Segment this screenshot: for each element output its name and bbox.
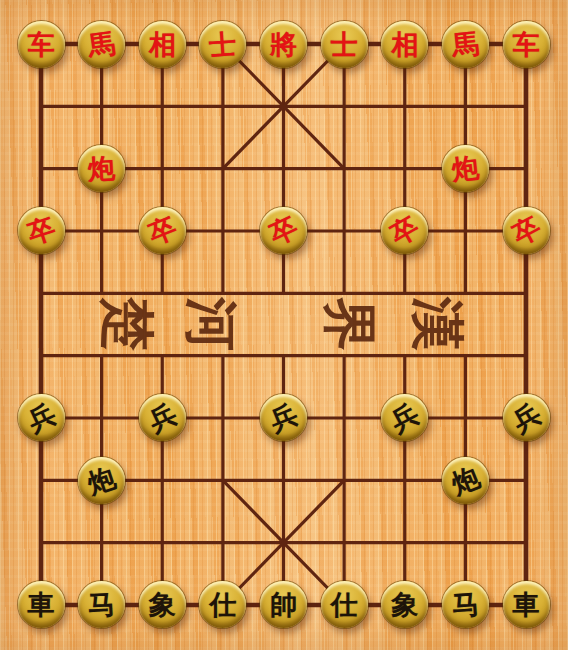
piece-red-chariot[interactable]: 车 (18, 21, 65, 68)
river-label: 界 (323, 297, 377, 351)
piece-character: 兵 (386, 400, 423, 437)
piece-character: 象 (149, 591, 176, 618)
piece-character: 士 (331, 31, 358, 58)
river-label: 河 (185, 297, 239, 351)
piece-character: 馬 (86, 29, 116, 59)
piece-red-soldier[interactable]: 卒 (18, 207, 65, 254)
piece-character: 车 (28, 31, 55, 58)
piece-red-elephant[interactable]: 相 (139, 21, 186, 68)
piece-red-elephant[interactable]: 相 (381, 21, 428, 68)
piece-character: 車 (28, 591, 55, 618)
piece-character: 马 (87, 591, 115, 619)
piece-black-soldier[interactable]: 兵 (139, 394, 186, 441)
piece-character: 马 (451, 591, 480, 620)
piece-black-soldier[interactable]: 兵 (18, 394, 65, 441)
piece-black-elephant[interactable]: 象 (139, 581, 186, 628)
piece-black-advisor[interactable]: 仕 (321, 581, 368, 628)
piece-red-cannon[interactable]: 炮 (442, 145, 489, 192)
piece-red-soldier[interactable]: 卒 (139, 207, 186, 254)
piece-character: 卒 (508, 213, 545, 250)
piece-red-advisor[interactable]: 士 (321, 21, 368, 68)
piece-red-horse[interactable]: 馬 (78, 21, 125, 68)
piece-character: 炮 (448, 463, 483, 498)
piece-character: 仕 (209, 591, 236, 618)
piece-character: 兵 (144, 400, 180, 436)
piece-black-chariot[interactable]: 車 (18, 581, 65, 628)
river-label: 楚 (101, 297, 155, 351)
piece-character: 卒 (266, 213, 302, 249)
piece-black-soldier[interactable]: 兵 (503, 394, 550, 441)
piece-black-chariot[interactable]: 車 (503, 581, 550, 628)
piece-character: 卒 (386, 213, 423, 250)
piece-character: 士 (208, 30, 237, 59)
piece-red-soldier[interactable]: 卒 (503, 207, 550, 254)
piece-character: 兵 (508, 400, 545, 437)
piece-red-horse[interactable]: 馬 (442, 21, 489, 68)
piece-character: 兵 (266, 400, 301, 435)
piece-character: 车 (513, 31, 540, 58)
piece-character: 將 (270, 31, 297, 58)
piece-red-advisor[interactable]: 士 (199, 21, 246, 68)
piece-red-chariot[interactable]: 车 (503, 21, 550, 68)
piece-character: 帥 (270, 591, 297, 618)
piece-character: 仕 (331, 591, 358, 618)
piece-character: 兵 (23, 400, 59, 436)
piece-character: 炮 (451, 154, 481, 184)
piece-character: 馬 (451, 29, 481, 59)
piece-black-cannon[interactable]: 炮 (78, 457, 125, 504)
river-label: 漢 (411, 297, 465, 351)
piece-character: 相 (391, 31, 418, 58)
piece-character: 車 (513, 591, 540, 618)
piece-character: 卒 (145, 213, 180, 248)
piece-red-general[interactable]: 將 (260, 21, 307, 68)
xiangqi-board: 楚河界漢 车馬相士將士相馬车炮炮卒卒卒卒卒兵兵兵兵兵炮炮車马象仕帥仕象马車 (0, 0, 568, 650)
board-grid-lines (0, 0, 568, 650)
piece-black-cannon[interactable]: 炮 (442, 457, 489, 504)
piece-character: 相 (149, 31, 176, 58)
piece-character: 炮 (85, 463, 119, 497)
piece-character: 炮 (87, 154, 115, 182)
piece-character: 象 (391, 591, 418, 618)
piece-red-cannon[interactable]: 炮 (78, 145, 125, 192)
piece-character: 卒 (24, 214, 58, 248)
